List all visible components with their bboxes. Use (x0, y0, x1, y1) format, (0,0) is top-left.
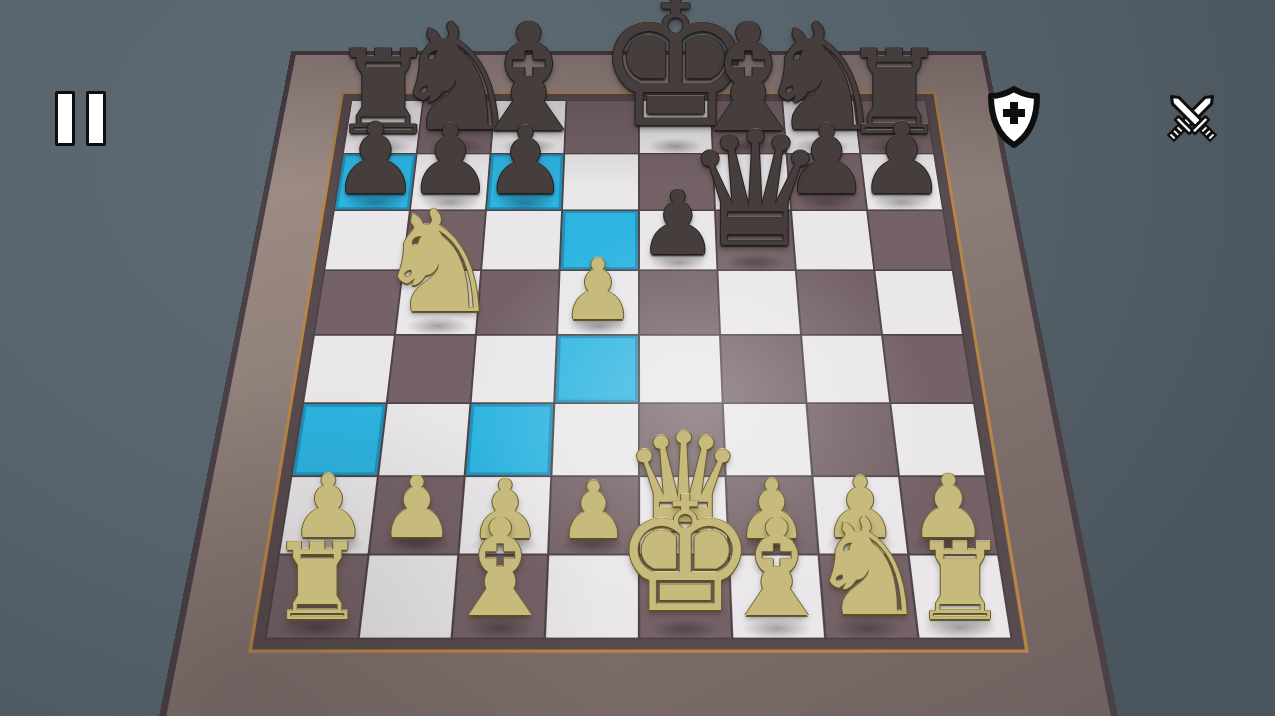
square-c4[interactable] (472, 335, 556, 402)
square-a4[interactable] (304, 335, 394, 402)
piece-white-pawn-d5[interactable]: ♟ (560, 249, 635, 332)
piece-white-knight-b5[interactable]: ♞ (375, 193, 502, 331)
square-d4[interactable] (556, 335, 638, 402)
piece-black-pawn-h7[interactable]: ♟ (858, 111, 946, 207)
square-b4[interactable] (388, 335, 475, 402)
shield-button[interactable] (985, 85, 1043, 149)
piece-white-rook-h1[interactable]: ♜ (912, 530, 1008, 635)
square-e4[interactable] (640, 335, 722, 402)
pause-button[interactable] (55, 91, 111, 149)
battle-button[interactable] (1158, 84, 1226, 150)
square-h4[interactable] (883, 335, 973, 402)
square-f4[interactable] (721, 335, 805, 402)
shield-plus-icon (985, 85, 1043, 149)
pause-icon (55, 91, 75, 146)
piece-white-knight-g1[interactable]: ♞ (808, 502, 929, 634)
piece-white-rook-a1[interactable]: ♜ (269, 530, 365, 635)
square-h5[interactable] (875, 271, 962, 333)
pause-icon (86, 91, 106, 146)
piece-black-queen-f6[interactable]: ♛ (684, 112, 827, 268)
piece-white-bishop-c1[interactable]: ♝ (440, 503, 561, 635)
crossed-swords-icon (1158, 84, 1226, 150)
square-h6[interactable] (868, 211, 952, 270)
square-g4[interactable] (802, 335, 889, 402)
game-scene: ♜♞♝♚♝♞♜♟♟♟♟♟♟♛♞♟♟♟♟♟♛♟♟♟♜♝♚♝♞♜ (0, 0, 1275, 716)
